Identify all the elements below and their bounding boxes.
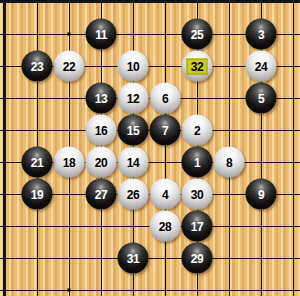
stone-white-move-26: 26 [118,179,149,210]
gomoku-board[interactable]: 1234567891011121314151617181920212223242… [0,0,300,296]
move-number: 13 [95,91,107,105]
stone-white-move-14: 14 [118,147,149,178]
move-number: 15 [127,123,139,137]
stone-black-move-25: 25 [182,19,213,50]
stone-black-move-19: 19 [22,179,53,210]
stone-black-move-13: 13 [86,83,117,114]
stone-black-move-23: 23 [22,51,53,82]
grid-line-vertical [293,0,294,296]
move-number: 6 [162,91,168,105]
stone-white-move-8: 8 [214,147,245,178]
star-point [68,33,71,36]
stone-black-move-17: 17 [182,211,213,242]
move-number: 2 [194,123,200,137]
grid-line-horizontal [0,290,300,291]
stone-white-move-4: 4 [150,179,181,210]
move-number: 18 [63,155,75,169]
grid-line-vertical [3,0,6,296]
stone-black-move-1: 1 [182,147,213,178]
move-number: 28 [159,219,171,233]
move-number: 7 [162,123,168,137]
stone-black-move-3: 3 [246,19,277,50]
stone-white-move-16: 16 [86,115,117,146]
stone-white-move-30: 30 [182,179,213,210]
stone-white-move-6: 6 [150,83,181,114]
stone-black-move-5: 5 [246,83,277,114]
move-number: 24 [255,59,267,73]
stone-black-move-15: 15 [118,115,149,146]
move-number: 5 [258,91,264,105]
move-number: 3 [258,27,264,41]
move-number: 27 [95,187,107,201]
stone-black-move-31: 31 [118,243,149,274]
stone-white-move-18: 18 [54,147,85,178]
stone-black-move-21: 21 [22,147,53,178]
move-number: 16 [95,123,107,137]
stone-white-move-32: 32 [182,51,213,82]
move-number: 1 [194,155,200,169]
move-number: 8 [226,155,232,169]
move-number: 20 [95,155,107,169]
last-move-highlight: 32 [187,58,207,74]
stone-white-move-12: 12 [118,83,149,114]
stone-black-move-11: 11 [86,19,117,50]
stone-white-move-22: 22 [54,51,85,82]
move-number: 12 [127,91,139,105]
move-number: 26 [127,187,139,201]
move-number: 22 [63,59,75,73]
move-number: 31 [127,251,139,265]
move-number: 23 [31,59,43,73]
move-number: 25 [191,27,203,41]
stone-white-move-2: 2 [182,115,213,146]
stone-black-move-9: 9 [246,179,277,210]
move-number: 14 [127,155,139,169]
stone-white-move-24: 24 [246,51,277,82]
stone-white-move-20: 20 [86,147,117,178]
stone-white-move-10: 10 [118,51,149,82]
stone-black-move-29: 29 [182,243,213,274]
grid-line-vertical [165,0,166,296]
move-number: 4 [162,187,168,201]
move-number: 17 [191,219,203,233]
move-number: 19 [31,187,43,201]
stone-black-move-7: 7 [150,115,181,146]
grid-line-horizontal [0,258,300,259]
stone-white-move-28: 28 [150,211,181,242]
grid-line-horizontal [0,0,300,3]
move-number: 9 [258,187,264,201]
move-number: 30 [191,187,203,201]
move-number: 11 [95,27,107,41]
stone-black-move-27: 27 [86,179,117,210]
star-point [68,289,71,292]
move-number: 29 [191,251,203,265]
move-number: 21 [31,155,43,169]
move-number: 10 [127,59,139,73]
